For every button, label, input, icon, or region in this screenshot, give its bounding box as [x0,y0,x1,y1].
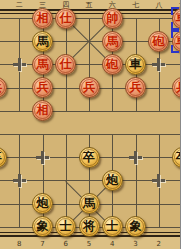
piece-character: 士 [106,216,118,237]
file-label-bottom: 7 [38,240,48,248]
piece-character: 馬 [37,54,49,75]
piece-character: 炮 [106,170,118,191]
file-label-bottom: 4 [107,240,117,248]
piece-character: 砲 [106,54,118,75]
red-piece[interactable]: 兵 [32,77,53,98]
piece-character: 馬 [83,193,95,214]
red-piece[interactable]: 兵 [79,77,100,98]
red-piece[interactable]: 帥 [102,8,123,29]
point-marker-bar [134,151,137,164]
black-piece[interactable]: 炮 [102,170,123,191]
point-marker [152,174,165,187]
file-label-bottom: 5 [84,240,94,248]
piece-character: 兵 [176,77,180,98]
file-label-top: 一 [0,1,1,9]
red-piece[interactable]: 馬 [102,31,123,52]
red-piece[interactable]: 仕 [55,54,76,75]
last-move-indicator [171,30,181,53]
piece-character: 仕 [60,54,72,75]
piece-character: 卒 [0,147,2,168]
red-piece[interactable]: 兵 [172,77,181,98]
border-line [0,13,180,14]
point-marker [13,58,26,71]
piece-character: 相 [37,8,49,29]
black-piece[interactable]: 炮 [32,193,53,214]
file-label-bottom: 6 [61,240,71,248]
black-piece[interactable]: 士 [102,216,123,237]
piece-character: 士 [60,216,72,237]
last-move-indicator-corner [171,22,179,30]
point-marker-bar [41,151,44,164]
black-piece[interactable]: 馬 [79,193,100,214]
piece-character: 卒 [83,147,95,168]
piece-character: 将 [83,216,95,237]
file-label-top: 七 [131,1,141,9]
red-piece[interactable]: 砲 [102,54,123,75]
piece-character: 馬 [106,31,118,52]
file-label-top: 八 [154,1,164,9]
red-piece[interactable]: 相 [32,100,53,121]
piece-character: 兵 [83,77,95,98]
piece-character: 卒 [176,147,180,168]
red-piece[interactable]: 兵 [0,77,7,98]
point-marker [36,151,49,164]
file-label-bottom: 3 [131,240,141,248]
last-move-indicator-corner [171,45,179,53]
point-marker-bar [157,174,160,187]
piece-character: 砲 [153,31,165,52]
piece-character: 車 [130,54,142,75]
file-label-bottom: 9 [0,240,1,248]
piece-character: 炮 [37,193,49,214]
piece-character: 帥 [106,8,118,29]
file-label-top: 二 [14,1,24,9]
point-marker-bar [157,58,160,71]
xiangqi-board[interactable]: 一二三四五六七八九987654321相仕帥車馬馬砲車馬仕砲車兵兵兵兵兵相卒卒卒炮… [0,0,180,249]
piece-character: 象 [130,216,142,237]
grid-line [136,134,137,227]
last-move-indicator-corner [171,7,179,15]
black-piece[interactable]: 卒 [172,147,181,168]
file-label-bottom: 8 [14,240,24,248]
piece-character: 兵 [0,77,2,98]
black-piece[interactable]: 卒 [79,147,100,168]
grid-line [0,111,180,112]
red-piece[interactable]: 仕 [55,8,76,29]
piece-character: 仕 [60,8,72,29]
red-piece[interactable]: 相 [32,8,53,29]
file-label-top: 五 [84,1,94,9]
last-move-indicator [171,7,181,30]
red-piece[interactable]: 兵 [125,77,146,98]
piece-character: 象 [37,216,49,237]
last-move-indicator-corner [171,30,179,38]
grid-line [0,18,180,19]
black-piece[interactable]: 卒 [0,147,7,168]
file-label-bottom: 2 [154,240,164,248]
border-line [0,9,180,11]
grid-line [0,134,180,135]
point-marker-bar [18,58,21,71]
red-piece[interactable]: 砲 [148,31,169,52]
black-piece[interactable]: 将 [79,216,100,237]
point-marker [129,151,142,164]
point-marker [152,58,165,71]
point-marker-bar [18,174,21,187]
black-piece[interactable]: 馬 [32,31,53,52]
piece-character: 相 [37,100,49,121]
piece-character: 兵 [130,77,142,98]
point-marker [13,174,26,187]
file-label-bottom: 1 [177,240,180,248]
piece-character: 馬 [37,31,49,52]
piece-character: 兵 [37,77,49,98]
black-piece[interactable]: 車 [125,54,146,75]
red-piece[interactable]: 馬 [32,54,53,75]
